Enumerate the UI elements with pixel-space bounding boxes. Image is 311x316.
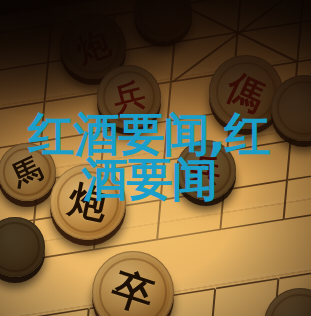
piece-character: 卒: [81, 240, 184, 316]
piece-black-soldier[interactable]: 卒: [92, 251, 174, 316]
piece-shadow-piece-left[interactable]: [0, 217, 45, 277]
headline-text: 红酒要闻,红酒要闻: [18, 112, 280, 202]
piece-hidden-piece-top[interactable]: [134, 0, 192, 41]
piece-edge-piece-bottom-right[interactable]: [264, 288, 311, 316]
xiangqi-photo-scene: 炮兵傌馬炮兵卒 红酒要闻,红酒要闻: [0, 0, 311, 316]
